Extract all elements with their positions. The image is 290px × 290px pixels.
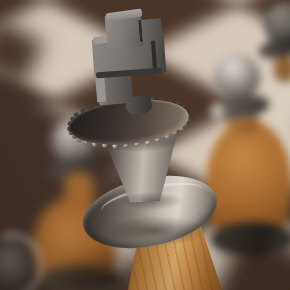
vignette-overlay [0,0,290,290]
chess-macro-photo [0,0,290,290]
